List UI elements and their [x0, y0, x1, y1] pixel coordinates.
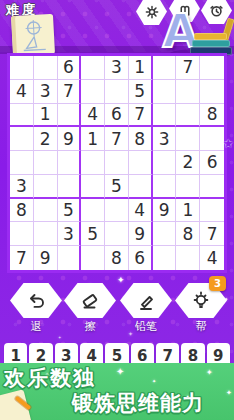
alarm-clock-icon: [207, 1, 226, 20]
sudoku-cell[interactable]: [34, 151, 58, 175]
sudoku-cell[interactable]: [153, 175, 177, 199]
sudoku-cell[interactable]: [81, 151, 105, 175]
sudoku-cell[interactable]: [10, 104, 34, 128]
eraser-icon: [78, 289, 102, 313]
sudoku-cell[interactable]: [81, 56, 105, 80]
sudoku-cell[interactable]: 4: [81, 104, 105, 128]
undo-icon: [24, 289, 48, 313]
star-sticker-icon: ✩: [223, 136, 234, 151]
sudoku-cell[interactable]: 1: [176, 199, 200, 223]
sudoku-cell[interactable]: 3: [153, 127, 177, 151]
sparkle-icon: ✦: [116, 366, 124, 377]
sudoku-cell[interactable]: 1: [81, 127, 105, 151]
sudoku-cell[interactable]: 3: [10, 175, 34, 199]
sudoku-cell[interactable]: 8: [200, 104, 224, 128]
sudoku-cell[interactable]: [58, 246, 82, 270]
sudoku-cell[interactable]: [105, 199, 129, 223]
banner-title: 欢乐数独: [4, 364, 96, 392]
sudoku-cell[interactable]: 4: [129, 199, 153, 223]
sudoku-cell[interactable]: 6: [200, 151, 224, 175]
gear-icon: [143, 3, 161, 21]
sudoku-cell[interactable]: [34, 175, 58, 199]
sudoku-cell[interactable]: [34, 56, 58, 80]
sudoku-cell[interactable]: [10, 127, 34, 151]
sudoku-cell[interactable]: [153, 56, 177, 80]
sudoku-cell[interactable]: [81, 246, 105, 270]
sudoku-cell[interactable]: [153, 104, 177, 128]
sudoku-cell[interactable]: [10, 222, 34, 246]
sudoku-cell[interactable]: [153, 222, 177, 246]
sudoku-cell[interactable]: [153, 246, 177, 270]
sudoku-cell[interactable]: [200, 199, 224, 223]
sudoku-cell[interactable]: 5: [58, 199, 82, 223]
sudoku-cell[interactable]: 9: [58, 127, 82, 151]
sudoku-cell[interactable]: 7: [200, 222, 224, 246]
promo-banner: 欢乐数独 锻炼思维能力 ✦ ✦ ✦ ✦ ✦ ✦ ✧: [0, 363, 234, 420]
sudoku-cell[interactable]: 8: [10, 199, 34, 223]
sudoku-cell[interactable]: 7: [10, 246, 34, 270]
hint-count-badge: 3: [209, 276, 226, 291]
pencil-button[interactable]: [120, 283, 172, 318]
undo-label: 退: [10, 319, 62, 334]
sudoku-cell[interactable]: [81, 175, 105, 199]
pencil-label: 铅笔: [120, 319, 172, 334]
sudoku-cell[interactable]: [153, 151, 177, 175]
sudoku-cell[interactable]: [34, 222, 58, 246]
sudoku-cell[interactable]: [81, 199, 105, 223]
sudoku-cell[interactable]: [176, 104, 200, 128]
sudoku-cell[interactable]: [58, 151, 82, 175]
book-icon: [194, 33, 227, 40]
sudoku-cell[interactable]: 7: [58, 80, 82, 104]
sparkle-icon: ✦: [117, 275, 125, 285]
sudoku-grid: 63174375146782917832635854913598779864: [7, 53, 227, 273]
sparkle-icon: ✦: [58, 335, 61, 340]
sudoku-cell[interactable]: 9: [129, 222, 153, 246]
sudoku-cell[interactable]: [58, 175, 82, 199]
sudoku-cell[interactable]: [10, 56, 34, 80]
sudoku-cell[interactable]: 4: [10, 80, 34, 104]
difficulty-notepad-icon[interactable]: [11, 14, 55, 56]
sudoku-cell[interactable]: [105, 151, 129, 175]
sudoku-cell[interactable]: 8: [129, 127, 153, 151]
sparkle-icon: ✦: [226, 389, 232, 397]
sudoku-cell[interactable]: [34, 199, 58, 223]
sudoku-cell[interactable]: 5: [129, 80, 153, 104]
sudoku-cell[interactable]: [129, 151, 153, 175]
sudoku-cell[interactable]: 7: [105, 127, 129, 151]
sudoku-cell[interactable]: 5: [81, 222, 105, 246]
sudoku-cell[interactable]: [176, 127, 200, 151]
sudoku-cell[interactable]: [81, 80, 105, 104]
sudoku-cell[interactable]: 2: [34, 127, 58, 151]
sudoku-cell[interactable]: 1: [129, 56, 153, 80]
erase-label: 擦: [64, 319, 116, 334]
sudoku-cell[interactable]: [10, 151, 34, 175]
undo-button[interactable]: [10, 283, 62, 318]
lightbulb-icon: [189, 289, 213, 313]
sudoku-cell[interactable]: 5: [105, 175, 129, 199]
sudoku-cell[interactable]: 3: [34, 80, 58, 104]
sudoku-cell[interactable]: 8: [176, 222, 200, 246]
sudoku-cell[interactable]: [153, 80, 177, 104]
banner-subtitle: 锻炼思维能力: [72, 389, 204, 417]
erase-button[interactable]: [64, 283, 116, 318]
sudoku-cell[interactable]: [200, 127, 224, 151]
sudoku-cell[interactable]: 9: [153, 199, 177, 223]
sudoku-cell[interactable]: [200, 80, 224, 104]
sudoku-cell[interactable]: [200, 175, 224, 199]
sudoku-cell[interactable]: 6: [58, 56, 82, 80]
hint-label: 帮: [175, 319, 227, 334]
app-screen: 难度: [0, 0, 234, 420]
sudoku-cell[interactable]: 7: [129, 104, 153, 128]
sudoku-cell[interactable]: 9: [34, 246, 58, 270]
pencil-icon: [134, 289, 158, 313]
sudoku-cell[interactable]: 3: [58, 222, 82, 246]
sparkle-icon: ✦: [206, 368, 213, 377]
sudoku-cell[interactable]: 3: [105, 56, 129, 80]
sudoku-cell[interactable]: [105, 80, 129, 104]
sudoku-cell[interactable]: [176, 175, 200, 199]
sudoku-cell[interactable]: 6: [105, 104, 129, 128]
sudoku-cell[interactable]: [176, 80, 200, 104]
sudoku-cell[interactable]: [129, 175, 153, 199]
sudoku-cell[interactable]: 6: [129, 246, 153, 270]
sudoku-cell[interactable]: [200, 56, 224, 80]
sudoku-cell[interactable]: 7: [176, 56, 200, 80]
sudoku-cell[interactable]: 8: [105, 246, 129, 270]
sparkle-icon: ✦: [152, 378, 156, 384]
sudoku-cell[interactable]: [58, 104, 82, 128]
sudoku-cell[interactable]: [105, 222, 129, 246]
sudoku-cell[interactable]: 1: [34, 104, 58, 128]
sudoku-cell[interactable]: [176, 246, 200, 270]
sudoku-cell[interactable]: 4: [200, 246, 224, 270]
book-icon: [192, 40, 230, 47]
sudoku-cell[interactable]: 2: [176, 151, 200, 175]
